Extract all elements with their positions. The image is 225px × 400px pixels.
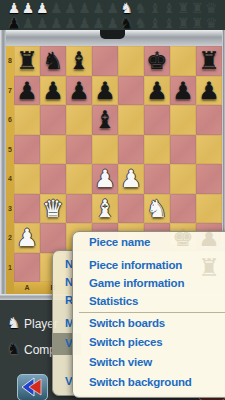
- menu-item-switch-view[interactable]: Switch view: [89, 356, 152, 372]
- captured-white-p: ♟: [35, 1, 49, 15]
- square-c4[interactable]: [66, 164, 92, 194]
- square-e8[interactable]: [118, 46, 144, 76]
- square-b4[interactable]: [40, 164, 66, 194]
- captured-white-b: ♝: [148, 1, 162, 15]
- board-frame-notch: [100, 30, 125, 39]
- square-b5[interactable]: [40, 135, 66, 165]
- rank-label-7: 7: [6, 87, 14, 94]
- captured-black-b: ♝: [148, 16, 162, 30]
- black-p-piece: ♟: [66, 76, 92, 106]
- white-p-piece: ♟: [118, 164, 144, 194]
- rank-label-5: 5: [6, 146, 14, 153]
- white-p-piece: ♟: [92, 164, 118, 194]
- square-f5[interactable]: [144, 135, 170, 165]
- square-f6[interactable]: [144, 105, 170, 135]
- menu-item-switch-boards[interactable]: Switch boards: [89, 317, 165, 333]
- rank-label-8: 8: [6, 57, 14, 64]
- square-g4[interactable]: [170, 164, 196, 194]
- menu-item-game-information[interactable]: Game information: [89, 277, 184, 293]
- captured-white-n: ♞: [134, 1, 148, 15]
- captured-white-p: ♟: [21, 1, 35, 15]
- square-h3[interactable]: [196, 194, 222, 224]
- captured-white-q: ♛: [204, 1, 218, 15]
- captured-black-n: ♞: [134, 16, 148, 30]
- captured-white-p: ♟: [106, 1, 120, 15]
- square-g5[interactable]: [170, 135, 196, 165]
- white-b-piece: ♝: [92, 194, 118, 224]
- captured-white-b: ♝: [162, 1, 176, 15]
- square-e6[interactable]: [118, 105, 144, 135]
- captured-black-p: ♟: [63, 16, 77, 30]
- square-e5[interactable]: [118, 135, 144, 165]
- square-a4[interactable]: [14, 164, 40, 194]
- file-label-A: A: [14, 284, 40, 291]
- rank-label-3: 3: [6, 205, 14, 212]
- captured-black-b: ♝: [162, 16, 176, 30]
- captured-white-p: ♟: [7, 1, 21, 15]
- black-p-piece: ♟: [14, 76, 40, 106]
- square-a1[interactable]: [14, 253, 40, 283]
- square-d8[interactable]: [92, 46, 118, 76]
- square-h6[interactable]: [196, 105, 222, 135]
- black-p-piece: ♟: [196, 76, 222, 106]
- square-h4[interactable]: [196, 164, 222, 194]
- square-d5[interactable]: [92, 135, 118, 165]
- ghost-wr-h1: ♜: [196, 253, 222, 283]
- captured-black-p: ♟: [35, 16, 49, 30]
- rank-label-4: 4: [6, 175, 14, 182]
- submenu-separator: [79, 312, 225, 313]
- captured-white-r: ♜: [190, 1, 204, 15]
- square-g3[interactable]: [170, 194, 196, 224]
- captured-black-q: ♛: [204, 16, 218, 30]
- black-p-piece: ♟: [144, 76, 170, 106]
- captured-pieces-tray: ♟♟♟♟♟♟♟♟♞♞♝♝♜♜♛♟♟♟♟♟♟♟♟♞♞♝♝♜♜♛: [0, 0, 225, 30]
- captured-white-p: ♟: [49, 1, 63, 15]
- menu-item-piece-name[interactable]: Piece name: [89, 236, 150, 252]
- captured-black-n: ♞: [120, 16, 134, 30]
- black-b-piece: ♝: [92, 105, 118, 135]
- square-b2[interactable]: [40, 223, 66, 253]
- captured-black-r: ♜: [190, 16, 204, 30]
- captured-black-r: ♜: [176, 16, 190, 30]
- square-g6[interactable]: [170, 105, 196, 135]
- square-c3[interactable]: [66, 194, 92, 224]
- black-r-piece: ♜: [14, 46, 40, 76]
- menu-item-statistics[interactable]: Statistics: [89, 295, 138, 311]
- square-g8[interactable]: [170, 46, 196, 76]
- rank-label-strip: [6, 46, 14, 294]
- white-knight-icon: ♞: [7, 314, 20, 332]
- black-p-piece: ♟: [40, 76, 66, 106]
- captured-white-r: ♜: [176, 1, 190, 15]
- square-h5[interactable]: [196, 135, 222, 165]
- square-c5[interactable]: [66, 135, 92, 165]
- white-p-piece: ♟: [14, 223, 40, 253]
- rank-label-2: 2: [6, 234, 14, 241]
- square-c6[interactable]: [66, 105, 92, 135]
- captured-white-p: ♟: [78, 1, 92, 15]
- square-e3[interactable]: [118, 194, 144, 224]
- black-b-piece: ♝: [66, 46, 92, 76]
- black-p-piece: ♟: [170, 76, 196, 106]
- captured-white-n: ♞: [120, 1, 134, 15]
- rank-label-1: 1: [6, 264, 14, 271]
- black-k-piece: ♚: [144, 46, 170, 76]
- black-r-piece: ♜: [196, 46, 222, 76]
- menu-item-piece-information[interactable]: Piece information: [89, 259, 182, 275]
- captured-black-p: ♟: [21, 16, 35, 30]
- white-q-piece: ♛: [40, 194, 66, 224]
- square-f4[interactable]: [144, 164, 170, 194]
- menu-item-switch-pieces[interactable]: Switch pieces: [89, 336, 162, 352]
- black-knight-icon: ♞: [7, 340, 20, 358]
- rank-label-6: 6: [6, 116, 14, 123]
- menu-item-switch-background[interactable]: Switch background: [89, 376, 192, 392]
- chess-app-screen: ♟♟♟♟♟♟♟♟♞♞♝♝♜♜♛♟♟♟♟♟♟♟♟♞♞♝♝♜♜♛ 8♜♞♝♚♜7♟♟…: [0, 0, 225, 400]
- captured-black-p: ♟: [49, 16, 63, 30]
- square-a5[interactable]: [14, 135, 40, 165]
- square-b6[interactable]: [40, 105, 66, 135]
- captured-black-p: ♟: [106, 16, 120, 30]
- square-e7[interactable]: [118, 76, 144, 106]
- ghost-wk-g2: ♚: [170, 223, 196, 253]
- square-a6[interactable]: [14, 105, 40, 135]
- square-a3[interactable]: [14, 194, 40, 224]
- captured-black-p: ♟: [78, 16, 92, 30]
- white-n-piece: ♞: [144, 194, 170, 224]
- black-p-piece: ♟: [92, 76, 118, 106]
- captured-black-p: ♟: [92, 16, 106, 30]
- captured-white-p: ♟: [92, 1, 106, 15]
- captured-black-p: ♟: [7, 16, 21, 30]
- ghost-wp-h2: ♟: [196, 223, 222, 253]
- captured-white-p: ♟: [63, 1, 77, 15]
- nav-back-icon[interactable]: [17, 374, 48, 400]
- black-n-piece: ♞: [40, 46, 66, 76]
